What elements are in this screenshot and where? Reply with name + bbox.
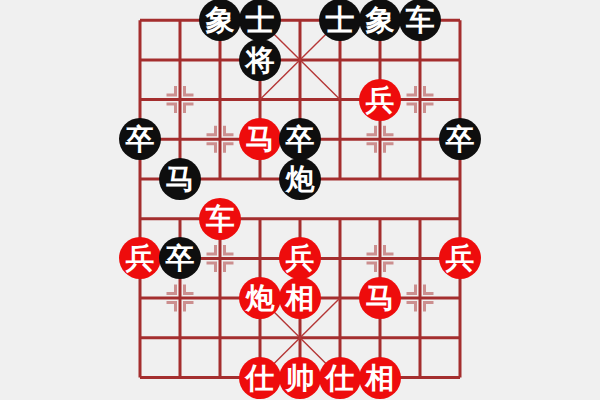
- piece-red-elephant[interactable]: 相: [279, 277, 321, 319]
- piece-black-soldier[interactable]: 卒: [119, 118, 161, 160]
- piece-red-advisor[interactable]: 仕: [319, 357, 361, 399]
- piece-black-chariot[interactable]: 车: [399, 0, 441, 41]
- piece-black-soldier[interactable]: 卒: [279, 118, 321, 160]
- piece-black-advisor[interactable]: 士: [239, 0, 281, 41]
- piece-red-cannon[interactable]: 炮: [239, 277, 281, 319]
- piece-red-soldier[interactable]: 兵: [119, 237, 161, 279]
- piece-red-chariot[interactable]: 车: [199, 198, 241, 240]
- piece-black-elephant[interactable]: 象: [199, 0, 241, 41]
- pieces-layer: 象士士象车将兵卒马卒卒马炮车兵卒兵兵炮相马仕帅仕相: [0, 0, 600, 400]
- xiangqi-board: 象士士象车将兵卒马卒卒马炮车兵卒兵兵炮相马仕帅仕相: [0, 0, 600, 400]
- piece-black-elephant[interactable]: 象: [359, 0, 401, 41]
- piece-red-soldier[interactable]: 兵: [279, 237, 321, 279]
- piece-black-general[interactable]: 将: [239, 39, 281, 81]
- piece-black-soldier[interactable]: 卒: [439, 118, 481, 160]
- piece-red-soldier[interactable]: 兵: [359, 79, 401, 121]
- piece-red-soldier[interactable]: 兵: [439, 237, 481, 279]
- piece-black-horse[interactable]: 马: [159, 158, 201, 200]
- piece-black-cannon[interactable]: 炮: [279, 158, 321, 200]
- piece-black-advisor[interactable]: 士: [319, 0, 361, 41]
- piece-red-king[interactable]: 帅: [279, 357, 321, 399]
- piece-red-advisor[interactable]: 仕: [239, 357, 281, 399]
- piece-red-horse[interactable]: 马: [359, 277, 401, 319]
- piece-red-horse[interactable]: 马: [239, 118, 281, 160]
- piece-red-elephant[interactable]: 相: [359, 357, 401, 399]
- piece-black-soldier[interactable]: 卒: [159, 237, 201, 279]
